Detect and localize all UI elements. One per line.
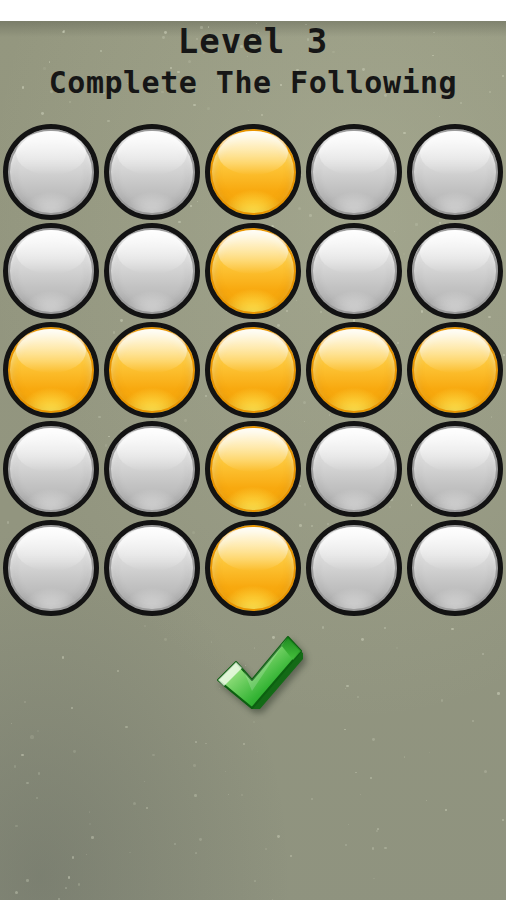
ball-r3c5[interactable] [407,322,503,418]
ball-r2c3[interactable] [205,223,301,319]
confirm-button[interactable] [198,630,308,710]
ball-r1c5[interactable] [407,124,503,220]
ball-r5c5[interactable] [407,520,503,616]
green-checkmark-icon [203,631,303,709]
game-screen: Level 3 Complete The Following [0,21,506,900]
ball-r4c1[interactable] [3,421,99,517]
ball-r5c4[interactable] [306,520,402,616]
level-title: Level 3 [0,21,506,62]
ball-r4c2[interactable] [104,421,200,517]
ball-r3c4[interactable] [306,322,402,418]
ball-r1c3[interactable] [205,124,301,220]
ball-r5c1[interactable] [3,520,99,616]
ball-r3c2[interactable] [104,322,200,418]
ball-r5c2[interactable] [104,520,200,616]
ball-r3c1[interactable] [3,322,99,418]
ball-r1c1[interactable] [3,124,99,220]
board [0,124,506,616]
ball-r2c1[interactable] [3,223,99,319]
ball-r2c2[interactable] [104,223,200,319]
ball-r1c2[interactable] [104,124,200,220]
ball-r1c4[interactable] [306,124,402,220]
ball-r4c5[interactable] [407,421,503,517]
ball-r3c3[interactable] [205,322,301,418]
ball-r4c3[interactable] [205,421,301,517]
instruction-text: Complete The Following [0,64,506,101]
ball-r5c3[interactable] [205,520,301,616]
ball-r2c4[interactable] [306,223,402,319]
ball-r2c5[interactable] [407,223,503,319]
ball-r4c4[interactable] [306,421,402,517]
